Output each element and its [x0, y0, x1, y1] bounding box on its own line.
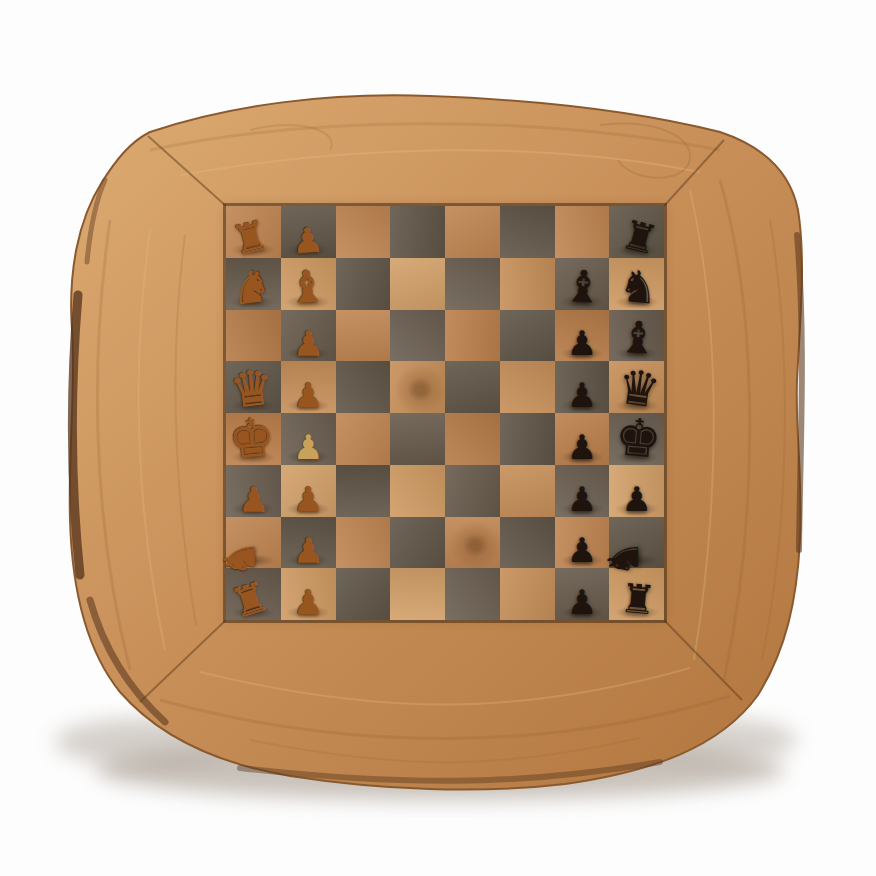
- square-f5[interactable]: [500, 361, 555, 413]
- white-bishop-b7[interactable]: ♝: [286, 263, 328, 310]
- square-b7[interactable]: ♝: [281, 258, 336, 310]
- square-b4[interactable]: ♟: [281, 413, 336, 465]
- white-pawn-b5[interactable]: ♟: [293, 378, 323, 412]
- square-h4[interactable]: ♚: [609, 413, 664, 465]
- photo-stage: ♜♟♜♞♝♝♞♟♟♝♛♟♟♛♚♟♟♚♟♟♟♟♞♟♟♞♜♟♟♜: [0, 0, 876, 876]
- square-g5[interactable]: ♟: [555, 361, 610, 413]
- white-pawn-b1[interactable]: ♟: [293, 585, 323, 619]
- square-c4[interactable]: [336, 413, 391, 465]
- square-b6[interactable]: ♟: [281, 310, 336, 362]
- white-king-a4[interactable]: ♚: [227, 410, 278, 466]
- square-d3[interactable]: [390, 465, 445, 517]
- square-f7[interactable]: [500, 258, 555, 310]
- black-pawn-g2[interactable]: ♟: [567, 533, 597, 567]
- square-c7[interactable]: [336, 258, 391, 310]
- square-a6[interactable]: [226, 310, 281, 362]
- black-knight-h2[interactable]: ♞: [603, 540, 645, 578]
- square-g3[interactable]: ♟: [555, 465, 610, 517]
- black-pawn-g5[interactable]: ♟: [567, 378, 597, 412]
- square-d7[interactable]: [390, 258, 445, 310]
- black-bishop-g7[interactable]: ♝: [562, 263, 604, 310]
- square-g7[interactable]: ♝: [555, 258, 610, 310]
- square-c1[interactable]: [336, 568, 391, 620]
- square-d5[interactable]: [390, 361, 445, 413]
- white-pawn-b4[interactable]: ♟: [293, 430, 323, 464]
- square-f2[interactable]: [500, 517, 555, 569]
- white-rook-a8[interactable]: ♜: [228, 213, 272, 260]
- white-pawn-b2[interactable]: ♟: [293, 533, 323, 567]
- square-d6[interactable]: [390, 310, 445, 362]
- square-h3[interactable]: ♟: [609, 465, 664, 517]
- square-g6[interactable]: ♟: [555, 310, 610, 362]
- square-c6[interactable]: [336, 310, 391, 362]
- square-a4[interactable]: ♚: [226, 413, 281, 465]
- square-g4[interactable]: ♟: [555, 413, 610, 465]
- square-h2[interactable]: ♞: [609, 517, 664, 569]
- square-b1[interactable]: ♟: [281, 568, 336, 620]
- black-pawn-g3[interactable]: ♟: [567, 482, 597, 516]
- square-e7[interactable]: [445, 258, 500, 310]
- square-e6[interactable]: [445, 310, 500, 362]
- square-a3[interactable]: ♟: [226, 465, 281, 517]
- chess-board: ♜♟♜♞♝♝♞♟♟♝♛♟♟♛♚♟♟♚♟♟♟♟♞♟♟♞♜♟♟♜: [226, 206, 664, 620]
- square-a7[interactable]: ♞: [226, 258, 281, 310]
- white-knight-a7[interactable]: ♞: [230, 263, 274, 311]
- square-f6[interactable]: [500, 310, 555, 362]
- square-e4[interactable]: [445, 413, 500, 465]
- square-f4[interactable]: [500, 413, 555, 465]
- square-a8[interactable]: ♜: [226, 206, 281, 258]
- square-e3[interactable]: [445, 465, 500, 517]
- wood-knot: [445, 517, 500, 569]
- square-h7[interactable]: ♞: [609, 258, 664, 310]
- black-pawn-g4[interactable]: ♟: [567, 430, 597, 464]
- square-e8[interactable]: [445, 206, 500, 258]
- square-a2[interactable]: ♞: [226, 517, 281, 569]
- square-f3[interactable]: [500, 465, 555, 517]
- square-h8[interactable]: ♜: [609, 206, 664, 258]
- square-e2[interactable]: [445, 517, 500, 569]
- wood-knot: [390, 361, 445, 413]
- square-b3[interactable]: ♟: [281, 465, 336, 517]
- square-h6[interactable]: ♝: [609, 310, 664, 362]
- square-c5[interactable]: [336, 361, 391, 413]
- white-pawn-b8[interactable]: ♟: [291, 222, 324, 258]
- square-d4[interactable]: [390, 413, 445, 465]
- square-b5[interactable]: ♟: [281, 361, 336, 413]
- square-f8[interactable]: [500, 206, 555, 258]
- black-pawn-g6[interactable]: ♟: [567, 326, 597, 360]
- white-pawn-b3[interactable]: ♟: [293, 482, 323, 516]
- white-pawn-b6[interactable]: ♟: [293, 326, 323, 360]
- square-g8[interactable]: [555, 206, 610, 258]
- square-d2[interactable]: [390, 517, 445, 569]
- square-c8[interactable]: [336, 206, 391, 258]
- square-c3[interactable]: [336, 465, 391, 517]
- square-b2[interactable]: ♟: [281, 517, 336, 569]
- square-e1[interactable]: [445, 568, 500, 620]
- square-b8[interactable]: ♟: [281, 206, 336, 258]
- black-rook-h1[interactable]: ♜: [618, 578, 657, 621]
- square-f1[interactable]: [500, 568, 555, 620]
- square-e5[interactable]: [445, 361, 500, 413]
- black-pawn-h3[interactable]: ♟: [621, 482, 651, 516]
- square-c2[interactable]: [336, 517, 391, 569]
- black-knight-h7[interactable]: ♞: [616, 263, 660, 311]
- black-pawn-g1[interactable]: ♟: [567, 585, 597, 619]
- white-pawn-a3[interactable]: ♟: [238, 482, 268, 516]
- black-king-h4[interactable]: ♚: [612, 410, 663, 466]
- square-d8[interactable]: [390, 206, 445, 258]
- white-knight-a2[interactable]: ♞: [220, 540, 262, 578]
- black-bishop-h6[interactable]: ♝: [616, 315, 658, 362]
- square-d1[interactable]: [390, 568, 445, 620]
